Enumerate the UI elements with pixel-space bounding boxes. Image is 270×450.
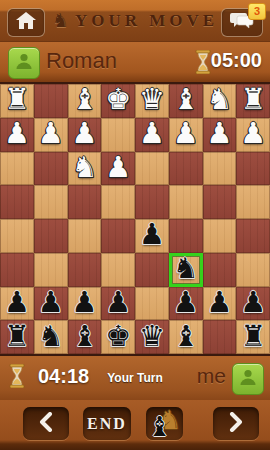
square-a7[interactable]: ♟	[236, 287, 270, 321]
white-p-piece: ♟	[105, 153, 131, 182]
square-f1[interactable]: ♝	[68, 84, 102, 118]
white-n-piece: ♞	[206, 85, 232, 114]
my-player-bar: 04:18 Your Turn me	[0, 356, 270, 400]
chess-board: ♜♝♚♛♝♞♜♟♟♟♟♟♟♟♞♟♟♞♟♟♟♟♟♟♟♜♞♝♚♛♝♜	[0, 84, 270, 354]
square-b1[interactable]: ♞	[203, 84, 237, 118]
square-c2[interactable]: ♟	[169, 118, 203, 152]
square-g2[interactable]: ♟	[34, 118, 68, 152]
white-p-piece: ♟	[71, 119, 97, 148]
square-g7[interactable]: ♟	[34, 287, 68, 321]
square-h5[interactable]	[0, 219, 34, 253]
white-p-piece: ♟	[38, 119, 64, 148]
opponent-bar: Roman 05:00	[0, 42, 270, 82]
square-f6[interactable]	[68, 253, 102, 287]
square-d5[interactable]: ♟	[135, 219, 169, 253]
chevron-right-icon	[228, 412, 244, 436]
white-p-piece: ♟	[139, 119, 165, 148]
square-b8[interactable]	[203, 320, 237, 354]
opponent-clock: 05:00	[211, 49, 262, 72]
square-c3[interactable]	[169, 152, 203, 186]
square-g4[interactable]	[34, 185, 68, 219]
square-h7[interactable]: ♟	[0, 287, 34, 321]
square-d3[interactable]	[135, 152, 169, 186]
black-p-piece: ♟	[173, 288, 199, 317]
square-d1[interactable]: ♛	[135, 84, 169, 118]
square-a6[interactable]	[236, 253, 270, 287]
square-b4[interactable]	[203, 185, 237, 219]
square-h6[interactable]	[0, 253, 34, 287]
black-p-piece: ♟	[4, 288, 30, 317]
square-g3[interactable]	[34, 152, 68, 186]
square-h1[interactable]: ♜	[0, 84, 34, 118]
square-e7[interactable]: ♟	[101, 287, 135, 321]
black-p-piece: ♟	[206, 288, 232, 317]
person-icon	[238, 367, 258, 391]
chevron-left-icon	[38, 412, 54, 436]
white-p-piece: ♟	[173, 119, 199, 148]
square-g1[interactable]	[34, 84, 68, 118]
square-c7[interactable]: ♟	[169, 287, 203, 321]
square-e1[interactable]: ♚	[101, 84, 135, 118]
square-a2[interactable]: ♟	[236, 118, 270, 152]
black-p-piece: ♟	[240, 288, 266, 317]
black-p-piece: ♟	[38, 288, 64, 317]
square-b5[interactable]	[203, 219, 237, 253]
square-d6[interactable]	[135, 253, 169, 287]
square-f7[interactable]: ♟	[68, 287, 102, 321]
black-p-piece: ♟	[71, 288, 97, 317]
black-p-piece: ♟	[139, 220, 165, 249]
square-f4[interactable]	[68, 185, 102, 219]
white-p-piece: ♟	[4, 119, 30, 148]
square-d4[interactable]	[135, 185, 169, 219]
top-bar: ♞ YOUR MOVE 3	[0, 0, 270, 42]
white-p-piece: ♟	[240, 119, 266, 148]
home-button[interactable]	[7, 8, 45, 37]
square-h4[interactable]	[0, 185, 34, 219]
chess-app: ♞ YOUR MOVE 3 Roman	[0, 0, 270, 450]
square-b6[interactable]	[203, 253, 237, 287]
square-h2[interactable]: ♟	[0, 118, 34, 152]
black-n-piece: ♞	[38, 322, 64, 351]
prev-move-button[interactable]	[23, 407, 69, 440]
square-e8[interactable]: ♚	[101, 320, 135, 354]
hourglass-icon	[194, 50, 212, 78]
white-k-piece: ♚	[105, 85, 131, 114]
white-b-piece: ♝	[71, 85, 97, 114]
square-f3[interactable]: ♞	[68, 152, 102, 186]
square-e4[interactable]	[101, 185, 135, 219]
black-q-piece: ♛	[139, 322, 165, 351]
square-b3[interactable]	[203, 152, 237, 186]
end-button-label: END	[87, 415, 127, 433]
knight-statue-icon: ♞	[52, 9, 69, 31]
captured-pieces-button[interactable]: ♞ ♝	[146, 407, 183, 440]
black-r-piece: ♜	[4, 322, 30, 351]
chat-button[interactable]: 3	[221, 8, 263, 37]
black-n-piece: ♞	[173, 254, 199, 283]
home-icon	[16, 12, 36, 33]
black-b-piece: ♝	[71, 322, 97, 351]
opponent-avatar[interactable]	[8, 47, 40, 79]
turn-status: Your Turn	[0, 371, 270, 385]
square-g6[interactable]	[34, 253, 68, 287]
square-d2[interactable]: ♟	[135, 118, 169, 152]
square-a4[interactable]	[236, 185, 270, 219]
next-move-button[interactable]	[213, 407, 259, 440]
white-r-piece: ♜	[240, 85, 266, 114]
black-r-piece: ♜	[240, 322, 266, 351]
chat-badge: 3	[248, 3, 266, 20]
square-c1[interactable]: ♝	[169, 84, 203, 118]
square-e2[interactable]	[101, 118, 135, 152]
square-c4[interactable]	[169, 185, 203, 219]
white-q-piece: ♛	[139, 85, 165, 114]
square-a1[interactable]: ♜	[236, 84, 270, 118]
black-k-piece: ♚	[105, 322, 131, 351]
square-e5[interactable]	[101, 219, 135, 253]
black-b-piece: ♝	[173, 322, 199, 351]
square-b2[interactable]: ♟	[203, 118, 237, 152]
square-f2[interactable]: ♟	[68, 118, 102, 152]
square-e6[interactable]	[101, 253, 135, 287]
person-icon	[14, 51, 34, 75]
square-f8[interactable]: ♝	[68, 320, 102, 354]
opponent-name: Roman	[46, 48, 117, 74]
square-h8[interactable]: ♜	[0, 320, 34, 354]
white-b-piece: ♝	[173, 85, 199, 114]
black-p-piece: ♟	[105, 288, 131, 317]
square-g5[interactable]	[34, 219, 68, 253]
my-avatar[interactable]	[232, 363, 264, 395]
square-c8[interactable]: ♝	[169, 320, 203, 354]
white-r-piece: ♜	[4, 85, 30, 114]
square-a5[interactable]	[236, 219, 270, 253]
square-h3[interactable]	[0, 152, 34, 186]
square-a3[interactable]	[236, 152, 270, 186]
white-n-piece: ♞	[71, 153, 97, 182]
square-b7[interactable]: ♟	[203, 287, 237, 321]
square-g8[interactable]: ♞	[34, 320, 68, 354]
my-name: me	[197, 364, 226, 388]
end-game-button[interactable]: END	[83, 407, 131, 440]
square-f5[interactable]	[68, 219, 102, 253]
page-title: YOUR MOVE	[75, 11, 218, 31]
square-e3[interactable]: ♟	[101, 152, 135, 186]
square-d7[interactable]	[135, 287, 169, 321]
pieces-icon: ♞ ♝	[150, 408, 180, 440]
white-p-piece: ♟	[206, 119, 232, 148]
square-c6[interactable]: ♞	[169, 253, 203, 287]
square-c5[interactable]	[169, 219, 203, 253]
square-d8[interactable]: ♛	[135, 320, 169, 354]
bottom-nav: END ♞ ♝	[0, 400, 270, 450]
square-a8[interactable]: ♜	[236, 320, 270, 354]
